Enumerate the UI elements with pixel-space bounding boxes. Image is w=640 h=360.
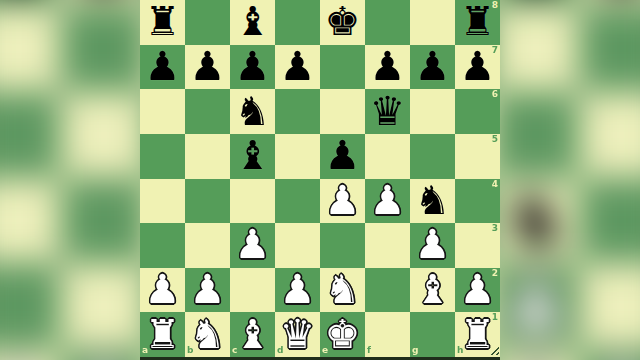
square-g6[interactable]: [410, 89, 455, 134]
square-d5[interactable]: [275, 134, 320, 179]
square-c4[interactable]: [230, 179, 275, 224]
coordinate-rank-label: 3: [492, 224, 498, 233]
square-h8[interactable]: ♜8: [455, 0, 500, 45]
square-e2[interactable]: ♞: [320, 268, 365, 313]
square-g3[interactable]: ♟: [410, 223, 455, 268]
square-g5[interactable]: [410, 134, 455, 179]
piece-white-p: ♟: [0, 351, 52, 360]
square-e6[interactable]: [320, 89, 365, 134]
piece-white-r[interactable]: ♜: [145, 314, 181, 354]
square-d6[interactable]: [275, 89, 320, 134]
square-h5: [579, 91, 640, 177]
square-c2[interactable]: [230, 268, 275, 313]
square-g5: [493, 91, 579, 177]
square-d3[interactable]: [275, 223, 320, 268]
piece-white-b[interactable]: ♝: [235, 314, 271, 354]
coordinate-file-label: b: [187, 346, 193, 355]
square-f7[interactable]: ♟: [365, 45, 410, 90]
piece-black-p[interactable]: ♟: [370, 46, 406, 86]
square-a1[interactable]: ♜a: [140, 312, 185, 357]
square-d1[interactable]: ♛d: [275, 312, 320, 357]
piece-white-p[interactable]: ♟: [235, 224, 271, 264]
coordinate-rank-label: 6: [492, 90, 498, 99]
coordinate-rank-label: 2: [492, 269, 498, 278]
piece-black-r[interactable]: ♜: [145, 1, 181, 41]
square-a6: [0, 6, 61, 92]
square-g2: ♝: [493, 348, 579, 360]
piece-white-n[interactable]: ♞: [190, 314, 226, 354]
piece-white-k[interactable]: ♚: [325, 314, 361, 354]
square-b7[interactable]: ♟: [185, 45, 230, 90]
square-a4[interactable]: [140, 179, 185, 224]
square-b4: [61, 177, 147, 263]
piece-white-b[interactable]: ♝: [415, 269, 451, 309]
piece-black-p[interactable]: ♟: [460, 46, 496, 86]
piece-white-p[interactable]: ♟: [190, 269, 226, 309]
square-b6[interactable]: [185, 89, 230, 134]
square-d7[interactable]: ♟: [275, 45, 320, 90]
coordinate-file-label: h: [457, 346, 463, 355]
video-frame: ♜♝♚♜♟♟♟♟♟♟♟♞♛♝♟♟♟♞♟♟♟♟♟♞♝♟♜♞♝♛♚♜ ♜♝♚♜8♟♟…: [0, 0, 640, 360]
square-h3[interactable]: 3: [455, 223, 500, 268]
piece-black-p[interactable]: ♟: [325, 135, 361, 175]
square-h6: [579, 6, 640, 92]
square-a2[interactable]: ♟: [140, 268, 185, 313]
square-b4[interactable]: [185, 179, 230, 224]
coordinate-rank-label: 5: [492, 135, 498, 144]
square-a2: ♟: [0, 348, 61, 360]
square-c1[interactable]: ♝c: [230, 312, 275, 357]
square-e3[interactable]: [320, 223, 365, 268]
square-a3[interactable]: [140, 223, 185, 268]
piece-black-n[interactable]: ♞: [415, 180, 451, 220]
square-c3[interactable]: ♟: [230, 223, 275, 268]
square-h3: [579, 263, 640, 349]
coordinate-file-label: c: [232, 346, 237, 355]
square-f2[interactable]: [365, 268, 410, 313]
square-b5[interactable]: [185, 134, 230, 179]
piece-black-b[interactable]: ♝: [235, 135, 271, 175]
piece-white-p[interactable]: ♟: [415, 224, 451, 264]
square-g7[interactable]: ♟: [410, 45, 455, 90]
chess-board[interactable]: ♜♝♚♜8♟♟♟♟♟♟♟7♞♛6♝♟5♟♟♞4♟♟3♟♟♟♞♝♟2♜a♞b♝c♛…: [140, 0, 500, 360]
square-d8[interactable]: [275, 0, 320, 45]
coordinate-rank-label: 1: [492, 313, 498, 322]
square-e8[interactable]: ♚: [320, 0, 365, 45]
piece-black-q[interactable]: ♛: [370, 91, 406, 131]
piece-white-p: ♟: [70, 351, 139, 360]
square-h4: [579, 177, 640, 263]
piece-white-p: ♟: [502, 265, 571, 342]
piece-black-k[interactable]: ♚: [325, 1, 361, 41]
square-b5: [61, 91, 147, 177]
square-d2[interactable]: ♟: [275, 268, 320, 313]
square-e4[interactable]: ♟: [320, 179, 365, 224]
square-g3: ♟: [493, 263, 579, 349]
square-a8[interactable]: ♜: [140, 0, 185, 45]
square-g2[interactable]: ♝: [410, 268, 455, 313]
square-a7[interactable]: ♟: [140, 45, 185, 90]
piece-white-p[interactable]: ♟: [325, 180, 361, 220]
square-c8[interactable]: ♝: [230, 0, 275, 45]
coordinate-file-label: f: [367, 346, 371, 355]
coordinate-rank-label: 4: [492, 180, 498, 189]
square-b1[interactable]: ♞b: [185, 312, 230, 357]
piece-white-p[interactable]: ♟: [460, 269, 496, 309]
piece-white-p[interactable]: ♟: [370, 180, 406, 220]
coordinate-file-label: a: [142, 346, 148, 355]
square-f5[interactable]: [365, 134, 410, 179]
square-h2: ♟: [579, 348, 640, 360]
square-h2[interactable]: ♟2: [455, 268, 500, 313]
square-c6[interactable]: ♞: [230, 89, 275, 134]
square-b3: [61, 263, 147, 349]
piece-black-p[interactable]: ♟: [190, 46, 226, 86]
square-a3: [0, 263, 61, 349]
square-d4[interactable]: [275, 179, 320, 224]
piece-black-p[interactable]: ♟: [280, 46, 316, 86]
square-e1[interactable]: ♚e: [320, 312, 365, 357]
square-f3[interactable]: [365, 223, 410, 268]
piece-white-n[interactable]: ♞: [325, 269, 361, 309]
square-b3[interactable]: [185, 223, 230, 268]
square-b2: ♟: [61, 348, 147, 360]
piece-black-b[interactable]: ♝: [235, 1, 271, 41]
coordinate-file-label: e: [322, 346, 328, 355]
piece-white-p[interactable]: ♟: [280, 269, 316, 309]
square-c5[interactable]: ♝: [230, 134, 275, 179]
square-h6[interactable]: 6: [455, 89, 500, 134]
square-e5[interactable]: ♟: [320, 134, 365, 179]
square-g4[interactable]: ♞: [410, 179, 455, 224]
square-a4: [0, 177, 61, 263]
coordinate-file-label: d: [277, 346, 283, 355]
square-g8[interactable]: [410, 0, 455, 45]
square-b8[interactable]: [185, 0, 230, 45]
coordinate-rank-label: 8: [492, 1, 498, 10]
piece-white-r[interactable]: ♜: [460, 314, 496, 354]
piece-white-q[interactable]: ♛: [280, 314, 316, 354]
square-b2[interactable]: ♟: [185, 268, 230, 313]
square-h4[interactable]: 4: [455, 179, 500, 224]
coordinate-file-label: g: [412, 346, 418, 355]
piece-black-p[interactable]: ♟: [415, 46, 451, 86]
piece-black-p[interactable]: ♟: [235, 46, 271, 86]
square-a6[interactable]: [140, 89, 185, 134]
square-f1[interactable]: f: [365, 312, 410, 357]
piece-white-p[interactable]: ♟: [145, 269, 181, 309]
square-e7[interactable]: [320, 45, 365, 90]
square-h5[interactable]: 5: [455, 134, 500, 179]
coordinate-rank-label: 7: [492, 46, 498, 55]
square-g1[interactable]: g: [410, 312, 455, 357]
piece-black-n[interactable]: ♞: [235, 91, 271, 131]
square-a5: [0, 91, 61, 177]
piece-black-n: ♞: [502, 180, 571, 257]
square-c7[interactable]: ♟: [230, 45, 275, 90]
square-f8[interactable]: [365, 0, 410, 45]
square-h7[interactable]: ♟7: [455, 45, 500, 90]
piece-black-p[interactable]: ♟: [145, 46, 181, 86]
piece-white-p: ♟: [588, 351, 640, 360]
piece-white-b: ♝: [502, 351, 571, 360]
square-f6[interactable]: ♛: [365, 89, 410, 134]
square-b6: [61, 6, 147, 92]
square-g4: ♞: [493, 177, 579, 263]
square-h1[interactable]: ♜1h: [455, 312, 500, 357]
square-f4[interactable]: ♟: [365, 179, 410, 224]
piece-black-r[interactable]: ♜: [460, 1, 496, 41]
square-a5[interactable]: [140, 134, 185, 179]
square-g6: [493, 6, 579, 92]
